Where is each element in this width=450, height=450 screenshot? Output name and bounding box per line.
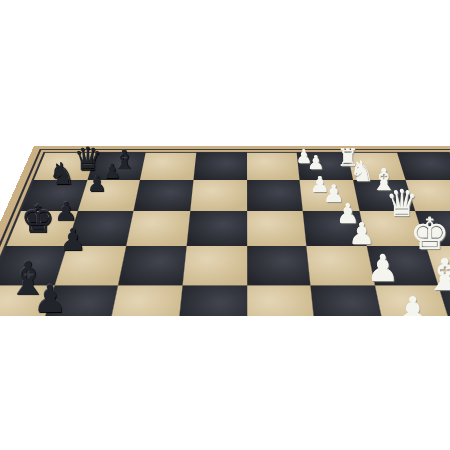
- board-square: [182, 246, 246, 286]
- board-square: [77, 180, 140, 211]
- board-square: [21, 180, 87, 211]
- board-square: [34, 153, 96, 181]
- photo-crop-mask: [0, 316, 450, 450]
- board-square: [187, 211, 247, 246]
- board-square: [247, 211, 307, 246]
- board-square: [306, 246, 374, 286]
- board-square: [247, 246, 311, 286]
- board-square: [353, 180, 416, 211]
- board-square: [127, 211, 191, 246]
- board-square: [397, 153, 450, 181]
- board-square: [190, 180, 246, 211]
- board-square: [67, 211, 134, 246]
- board-square: [7, 211, 78, 246]
- board-square: [118, 246, 186, 286]
- product-photo: ♝♛♟♞♟♟♚♟♝♟♟♟♜♞♟♝♟♛♟♟♚♟♝♟: [0, 0, 450, 450]
- board-square: [347, 153, 406, 181]
- board-square: [87, 153, 146, 181]
- board-square: [300, 180, 360, 211]
- board-square: [193, 153, 246, 181]
- board-square: [303, 211, 367, 246]
- board-square: [247, 153, 300, 181]
- board-square: [297, 153, 353, 181]
- board-square: [134, 180, 194, 211]
- board-square: [247, 180, 303, 211]
- board-square: [140, 153, 196, 181]
- board-square: [54, 246, 126, 286]
